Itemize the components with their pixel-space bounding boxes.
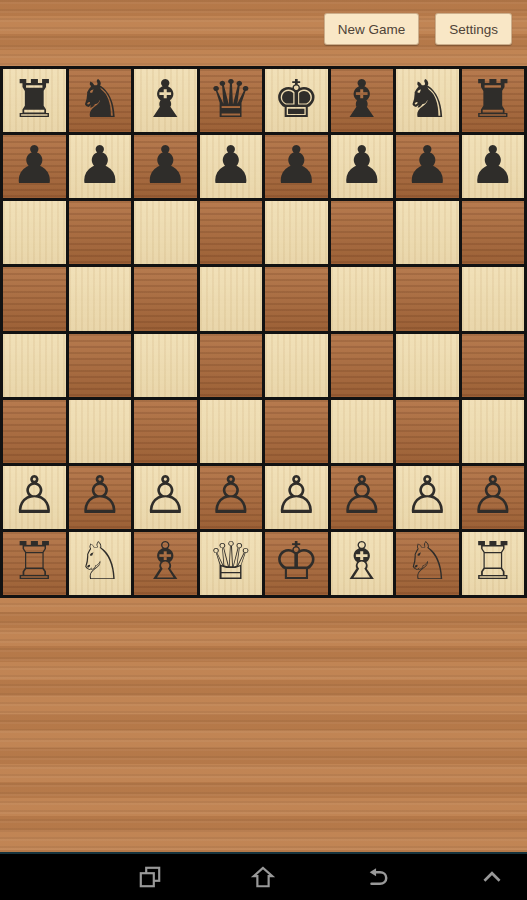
black-bishop-piece: ♝ bbox=[142, 73, 189, 125]
white-pawn-piece: ♙ bbox=[142, 469, 189, 521]
square-g1[interactable]: ♘ bbox=[396, 532, 459, 595]
black-pawn-piece: ♟ bbox=[273, 139, 320, 191]
square-b6[interactable] bbox=[69, 201, 132, 264]
square-h7[interactable]: ♟ bbox=[462, 135, 525, 198]
white-rook-piece: ♖ bbox=[469, 535, 516, 587]
square-b5[interactable] bbox=[69, 267, 132, 330]
chess-board[interactable]: ♜♞♝♛♚♝♞♜♟♟♟♟♟♟♟♟♙♙♙♙♙♙♙♙♖♘♗♕♔♗♘♖ bbox=[0, 66, 527, 598]
square-e4[interactable] bbox=[265, 334, 328, 397]
square-e6[interactable] bbox=[265, 201, 328, 264]
chevron-up-icon bbox=[479, 864, 505, 890]
black-knight-piece: ♞ bbox=[76, 73, 123, 125]
recent-apps-button[interactable] bbox=[137, 864, 163, 890]
black-rook-piece: ♜ bbox=[11, 73, 58, 125]
square-g8[interactable]: ♞ bbox=[396, 69, 459, 132]
square-e3[interactable] bbox=[265, 400, 328, 463]
black-pawn-piece: ♟ bbox=[76, 139, 123, 191]
square-h1[interactable]: ♖ bbox=[462, 532, 525, 595]
black-queen-piece: ♛ bbox=[207, 73, 254, 125]
square-a4[interactable] bbox=[3, 334, 66, 397]
square-g2[interactable]: ♙ bbox=[396, 466, 459, 529]
square-e1[interactable]: ♔ bbox=[265, 532, 328, 595]
square-d2[interactable]: ♙ bbox=[200, 466, 263, 529]
square-a7[interactable]: ♟ bbox=[3, 135, 66, 198]
square-a8[interactable]: ♜ bbox=[3, 69, 66, 132]
square-f7[interactable]: ♟ bbox=[331, 135, 394, 198]
square-d7[interactable]: ♟ bbox=[200, 135, 263, 198]
square-f6[interactable] bbox=[331, 201, 394, 264]
black-pawn-piece: ♟ bbox=[11, 139, 58, 191]
square-f3[interactable] bbox=[331, 400, 394, 463]
black-bishop-piece: ♝ bbox=[338, 73, 385, 125]
top-action-bar: New Game Settings bbox=[324, 13, 512, 45]
home-icon bbox=[250, 864, 276, 890]
square-b7[interactable]: ♟ bbox=[69, 135, 132, 198]
square-h5[interactable] bbox=[462, 267, 525, 330]
white-knight-piece: ♘ bbox=[404, 535, 451, 587]
home-button[interactable] bbox=[250, 864, 276, 890]
white-pawn-piece: ♙ bbox=[338, 469, 385, 521]
square-h8[interactable]: ♜ bbox=[462, 69, 525, 132]
black-pawn-piece: ♟ bbox=[338, 139, 385, 191]
white-pawn-piece: ♙ bbox=[469, 469, 516, 521]
square-h6[interactable] bbox=[462, 201, 525, 264]
collapse-bar-button[interactable] bbox=[479, 864, 505, 890]
square-c3[interactable] bbox=[134, 400, 197, 463]
white-pawn-piece: ♙ bbox=[273, 469, 320, 521]
square-b3[interactable] bbox=[69, 400, 132, 463]
square-d8[interactable]: ♛ bbox=[200, 69, 263, 132]
square-h4[interactable] bbox=[462, 334, 525, 397]
square-f5[interactable] bbox=[331, 267, 394, 330]
square-a5[interactable] bbox=[3, 267, 66, 330]
square-h3[interactable] bbox=[462, 400, 525, 463]
square-f4[interactable] bbox=[331, 334, 394, 397]
square-e7[interactable]: ♟ bbox=[265, 135, 328, 198]
square-a2[interactable]: ♙ bbox=[3, 466, 66, 529]
white-bishop-piece: ♗ bbox=[338, 535, 385, 587]
square-a6[interactable] bbox=[3, 201, 66, 264]
white-pawn-piece: ♙ bbox=[11, 469, 58, 521]
square-f1[interactable]: ♗ bbox=[331, 532, 394, 595]
white-rook-piece: ♖ bbox=[11, 535, 58, 587]
square-f2[interactable]: ♙ bbox=[331, 466, 394, 529]
square-c6[interactable] bbox=[134, 201, 197, 264]
back-icon bbox=[365, 864, 391, 890]
square-a3[interactable] bbox=[3, 400, 66, 463]
square-c1[interactable]: ♗ bbox=[134, 532, 197, 595]
square-d1[interactable]: ♕ bbox=[200, 532, 263, 595]
white-pawn-piece: ♙ bbox=[76, 469, 123, 521]
square-g7[interactable]: ♟ bbox=[396, 135, 459, 198]
black-rook-piece: ♜ bbox=[469, 73, 516, 125]
black-pawn-piece: ♟ bbox=[469, 139, 516, 191]
chess-app-screen: New Game Settings ♜♞♝♛♚♝♞♜♟♟♟♟♟♟♟♟♙♙♙♙♙♙… bbox=[0, 0, 527, 900]
square-b2[interactable]: ♙ bbox=[69, 466, 132, 529]
square-c8[interactable]: ♝ bbox=[134, 69, 197, 132]
android-navigation-bar bbox=[0, 852, 527, 900]
black-knight-piece: ♞ bbox=[404, 73, 451, 125]
square-c4[interactable] bbox=[134, 334, 197, 397]
square-g6[interactable] bbox=[396, 201, 459, 264]
black-pawn-piece: ♟ bbox=[404, 139, 451, 191]
square-a1[interactable]: ♖ bbox=[3, 532, 66, 595]
black-pawn-piece: ♟ bbox=[207, 139, 254, 191]
white-pawn-piece: ♙ bbox=[404, 469, 451, 521]
square-b1[interactable]: ♘ bbox=[69, 532, 132, 595]
recent-apps-icon bbox=[137, 864, 163, 890]
square-c2[interactable]: ♙ bbox=[134, 466, 197, 529]
square-b4[interactable] bbox=[69, 334, 132, 397]
square-d3[interactable] bbox=[200, 400, 263, 463]
square-e8[interactable]: ♚ bbox=[265, 69, 328, 132]
square-e2[interactable]: ♙ bbox=[265, 466, 328, 529]
square-g3[interactable] bbox=[396, 400, 459, 463]
square-d5[interactable] bbox=[200, 267, 263, 330]
square-h2[interactable]: ♙ bbox=[462, 466, 525, 529]
black-pawn-piece: ♟ bbox=[142, 139, 189, 191]
square-b8[interactable]: ♞ bbox=[69, 69, 132, 132]
white-queen-piece: ♕ bbox=[207, 535, 254, 587]
square-g4[interactable] bbox=[396, 334, 459, 397]
square-d4[interactable] bbox=[200, 334, 263, 397]
square-e5[interactable] bbox=[265, 267, 328, 330]
new-game-button[interactable]: New Game bbox=[324, 13, 420, 45]
square-d6[interactable] bbox=[200, 201, 263, 264]
square-c7[interactable]: ♟ bbox=[134, 135, 197, 198]
settings-button[interactable]: Settings bbox=[435, 13, 512, 45]
square-g5[interactable] bbox=[396, 267, 459, 330]
black-king-piece: ♚ bbox=[273, 73, 320, 125]
white-king-piece: ♔ bbox=[273, 535, 320, 587]
back-button[interactable] bbox=[365, 864, 391, 890]
square-c5[interactable] bbox=[134, 267, 197, 330]
white-knight-piece: ♘ bbox=[76, 535, 123, 587]
white-pawn-piece: ♙ bbox=[207, 469, 254, 521]
square-f8[interactable]: ♝ bbox=[331, 69, 394, 132]
white-bishop-piece: ♗ bbox=[142, 535, 189, 587]
